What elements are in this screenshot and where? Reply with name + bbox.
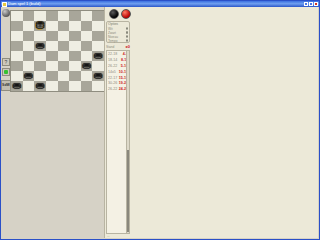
window-title: Dam spel 1 (build)	[8, 2, 130, 6]
white-move: 26-22	[108, 87, 117, 91]
turn-indicator-ball-icon	[2, 9, 10, 17]
board-square-r2c7[interactable]	[92, 31, 104, 41]
start-button[interactable]	[2, 68, 10, 76]
board-square-r3c2[interactable]: ⛂	[34, 41, 46, 51]
right-panel: Opties WitZwartNiveauTempo Stand ±0 22-1…	[104, 7, 130, 91]
white-move: 22-17	[108, 76, 117, 80]
score-label: Stand	[106, 45, 114, 49]
board-square-r0c1[interactable]	[23, 11, 35, 21]
option-radio[interactable]	[126, 27, 129, 30]
white-move: 30-26	[108, 81, 117, 85]
board-square-r7c2[interactable]: ⛂	[34, 81, 46, 91]
board-square-r6c7[interactable]: ⛂	[92, 71, 104, 81]
board-square-r0c3[interactable]	[46, 11, 58, 21]
option-radio[interactable]	[126, 35, 129, 38]
board-square-r0c7[interactable]	[92, 11, 104, 21]
board-square-r6c1[interactable]: ⛂	[23, 71, 35, 81]
board-square-r7c6[interactable]	[81, 81, 93, 91]
board-square-r5c6[interactable]: ⛂	[81, 61, 93, 71]
board-square-r5c3[interactable]	[46, 61, 58, 71]
move-list[interactable]: 22-184-818-148-1126-225-1014x510-1522-17…	[106, 50, 130, 91]
board-square-r1c3[interactable]	[46, 21, 58, 31]
board-square-r3c0[interactable]	[11, 41, 23, 51]
left-toolbar: ? SdW	[1, 7, 11, 91]
black-man-piece[interactable]: ⛂	[34, 40, 46, 50]
board-square-r6c4[interactable]	[58, 71, 70, 81]
options-group: Opties WitZwartNiveauTempo	[106, 21, 130, 43]
board-square-r2c5[interactable]	[69, 31, 81, 41]
score-row: Stand ±0	[106, 44, 130, 49]
board-square-r4c7[interactable]: ⛂	[92, 51, 104, 61]
board-square-r0c5[interactable]	[69, 11, 81, 21]
board-square-r5c0[interactable]	[11, 61, 23, 71]
board-square-r0c6[interactable]	[81, 11, 93, 21]
board-square-r2c0[interactable]	[11, 31, 23, 41]
board-square-r6c5[interactable]	[69, 71, 81, 81]
board-square-r1c4[interactable]	[58, 21, 70, 31]
board-square-r5c4[interactable]	[58, 61, 70, 71]
red-player-button[interactable]	[121, 9, 130, 19]
board-square-r4c0[interactable]	[11, 51, 23, 61]
black-man-piece[interactable]: ⛂	[92, 70, 104, 80]
board-square-r1c2[interactable]: ⛃	[34, 21, 46, 31]
board-square-r7c7[interactable]	[92, 81, 104, 91]
board-square-r4c3[interactable]	[46, 51, 58, 61]
board-square-r6c6[interactable]	[81, 71, 93, 81]
board-square-r3c5[interactable]	[69, 41, 81, 51]
board-square-r4c4[interactable]	[58, 51, 70, 61]
board-square-r3c4[interactable]	[58, 41, 70, 51]
black-man-piece[interactable]: ⛂	[11, 80, 23, 90]
move-list-scrollbar[interactable]	[126, 51, 129, 91]
board-square-r4c2[interactable]	[34, 51, 46, 61]
board-square-r2c6[interactable]	[81, 31, 93, 41]
board-square-r7c0[interactable]: ⛂	[11, 81, 23, 91]
logo-badge[interactable]: SdW	[1, 80, 11, 91]
black-king-piece[interactable]: ⛃	[34, 20, 46, 30]
board-square-r7c3[interactable]	[46, 81, 58, 91]
board-square-r0c4[interactable]	[58, 11, 70, 21]
option-label: Tempo	[108, 39, 118, 43]
board-square-r4c1[interactable]	[23, 51, 35, 61]
board-square-r2c3[interactable]	[46, 31, 58, 41]
board-square-r3c6[interactable]	[81, 41, 93, 51]
white-move: 22-18	[108, 52, 117, 56]
board-square-r6c3[interactable]	[46, 71, 58, 81]
black-player-button[interactable]	[109, 9, 119, 19]
app-icon	[2, 2, 7, 7]
board-square-r1c0[interactable]	[11, 21, 23, 31]
score-value: ±0	[126, 44, 130, 49]
board-square-r2c1[interactable]	[23, 31, 35, 41]
board-square-r0c0[interactable]	[11, 11, 23, 21]
black-man-piece[interactable]: ⛂	[23, 70, 35, 80]
checkers-board: ⛃⛂⛂⛂⛂⛂⛂⛂	[11, 11, 104, 91]
white-move: 18-14	[108, 58, 117, 62]
board-square-r5c5[interactable]	[69, 61, 81, 71]
white-move: 14x5	[108, 70, 116, 74]
black-man-piece[interactable]: ⛂	[34, 80, 46, 90]
board-square-r1c5[interactable]	[69, 21, 81, 31]
help-button[interactable]: ?	[2, 58, 10, 66]
board-square-r1c1[interactable]	[23, 21, 35, 31]
board-square-r7c1[interactable]	[23, 81, 35, 91]
board-square-r5c2[interactable]	[34, 61, 46, 71]
board-square-r7c5[interactable]	[69, 81, 81, 91]
black-man-piece[interactable]: ⛂	[81, 60, 93, 70]
white-move: 26-22	[108, 64, 117, 68]
option-radio[interactable]	[126, 31, 129, 34]
option-row[interactable]: Tempo	[108, 39, 128, 43]
board-square-r2c4[interactable]	[58, 31, 70, 41]
board-square-r3c1[interactable]	[23, 41, 35, 51]
app-window: Dam spel 1 (build) ? SdW ⛃⛂⛂⛂⛂⛂⛂⛂ Opties…	[0, 0, 130, 91]
option-radio[interactable]	[126, 39, 129, 42]
board-square-r3c3[interactable]	[46, 41, 58, 51]
black-man-piece[interactable]: ⛂	[92, 50, 104, 60]
board-square-r4c5[interactable]	[69, 51, 81, 61]
board-square-r7c4[interactable]	[58, 81, 70, 91]
green-light-icon	[4, 70, 8, 74]
board-square-r1c6[interactable]	[81, 21, 93, 31]
board-square-r1c7[interactable]	[92, 21, 104, 31]
